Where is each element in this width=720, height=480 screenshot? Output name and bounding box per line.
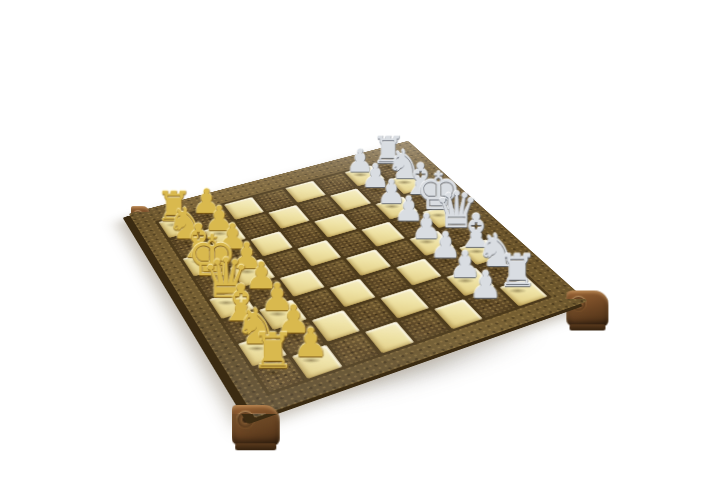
chess-set-photo: ♜♞♝♚♛♝♞♜♟♟♟♟♟♟♟♟♟♟♟♟♟♟♟♟♜♞♝♚♛♝♞♜ — [0, 0, 720, 480]
board-frame: ♜♞♝♚♛♝♞♜♟♟♟♟♟♟♟♟♟♟♟♟♟♟♟♟♜♞♝♚♛♝♞♜ — [129, 141, 588, 418]
board-foot-right-corner — [566, 290, 608, 326]
silver-rook-a8[interactable]: ♜ — [498, 249, 538, 293]
board-foot-near-corner — [232, 405, 280, 446]
gold-pawn-a2[interactable]: ♟ — [293, 323, 329, 363]
scroll-volute-icon — [134, 210, 142, 218]
scroll-volute-icon — [236, 411, 254, 429]
chess-board-3d-scene: ♜♞♝♚♛♝♞♜♟♟♟♟♟♟♟♟♟♟♟♟♟♟♟♟♜♞♝♚♛♝♞♜ — [129, 141, 588, 418]
gold-rook-a1[interactable]: ♜ — [251, 328, 295, 377]
silver-pawn-a7[interactable]: ♟ — [469, 267, 502, 304]
board-foot-left-corner — [131, 206, 150, 227]
scroll-volute-icon — [571, 296, 587, 312]
